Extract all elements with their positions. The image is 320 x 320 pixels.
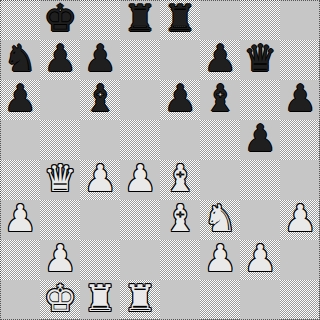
white-knight: ♞ [203,200,236,239]
black-pawn: ♟ [83,40,116,79]
square-a5[interactable] [0,120,40,160]
square-e1[interactable] [160,280,200,320]
square-g2[interactable]: ♟ [240,240,280,280]
black-pawn: ♟ [283,80,316,119]
white-rook: ♜ [83,280,116,319]
black-pawn: ♟ [203,40,236,79]
square-e6[interactable]: ♟ [160,80,200,120]
square-g1[interactable] [240,280,280,320]
black-rook: ♜ [163,0,196,39]
square-g6[interactable] [240,80,280,120]
square-h7[interactable] [280,40,320,80]
chess-board: ♚♜♜♞♟♟♟♛♟♝♟♝♟♟♛♟♟♝♟♝♞♟♟♟♟♚♜♜ [0,0,320,320]
square-g8[interactable] [240,0,280,40]
square-e7[interactable] [160,40,200,80]
square-d1[interactable]: ♜ [120,280,160,320]
square-b2[interactable]: ♟ [40,240,80,280]
white-pawn: ♟ [43,240,76,279]
square-a3[interactable]: ♟ [0,200,40,240]
square-h6[interactable]: ♟ [280,80,320,120]
square-e2[interactable] [160,240,200,280]
square-d7[interactable] [120,40,160,80]
square-a6[interactable]: ♟ [0,80,40,120]
white-queen: ♛ [43,160,76,199]
black-knight: ♞ [3,40,36,79]
square-g5[interactable]: ♟ [240,120,280,160]
square-d2[interactable] [120,240,160,280]
white-king: ♚ [43,280,76,319]
square-f4[interactable] [200,160,240,200]
black-pawn: ♟ [163,80,196,119]
square-f1[interactable] [200,280,240,320]
square-b4[interactable]: ♛ [40,160,80,200]
square-d5[interactable] [120,120,160,160]
square-d8[interactable]: ♜ [120,0,160,40]
square-f7[interactable]: ♟ [200,40,240,80]
white-pawn: ♟ [3,200,36,239]
square-a4[interactable] [0,160,40,200]
square-h1[interactable] [280,280,320,320]
square-h3[interactable]: ♟ [280,200,320,240]
square-f8[interactable] [200,0,240,40]
black-bishop: ♝ [83,80,116,119]
square-c5[interactable] [80,120,120,160]
square-b3[interactable] [40,200,80,240]
white-pawn: ♟ [123,160,156,199]
white-pawn: ♟ [83,160,116,199]
square-a7[interactable]: ♞ [0,40,40,80]
square-h4[interactable] [280,160,320,200]
square-f6[interactable]: ♝ [200,80,240,120]
square-f2[interactable]: ♟ [200,240,240,280]
white-pawn: ♟ [283,200,316,239]
black-queen: ♛ [243,40,276,79]
square-d3[interactable] [120,200,160,240]
black-bishop: ♝ [203,80,236,119]
square-g4[interactable] [240,160,280,200]
square-a8[interactable] [0,0,40,40]
black-pawn: ♟ [3,80,36,119]
square-f3[interactable]: ♞ [200,200,240,240]
square-g7[interactable]: ♛ [240,40,280,80]
square-c7[interactable]: ♟ [80,40,120,80]
square-e8[interactable]: ♜ [160,0,200,40]
square-g3[interactable] [240,200,280,240]
white-bishop: ♝ [163,160,196,199]
square-c6[interactable]: ♝ [80,80,120,120]
square-d6[interactable] [120,80,160,120]
square-b1[interactable]: ♚ [40,280,80,320]
black-pawn: ♟ [43,40,76,79]
square-d4[interactable]: ♟ [120,160,160,200]
black-king: ♚ [43,0,76,39]
square-e4[interactable]: ♝ [160,160,200,200]
square-c8[interactable] [80,0,120,40]
square-b7[interactable]: ♟ [40,40,80,80]
white-pawn: ♟ [203,240,236,279]
black-rook: ♜ [123,0,156,39]
chess-diagram: ♚♜♜♞♟♟♟♛♟♝♟♝♟♟♛♟♟♝♟♝♞♟♟♟♟♚♜♜ [0,0,320,320]
square-b6[interactable] [40,80,80,120]
square-a2[interactable] [0,240,40,280]
square-a1[interactable] [0,280,40,320]
square-c2[interactable] [80,240,120,280]
square-c1[interactable]: ♜ [80,280,120,320]
square-h2[interactable] [280,240,320,280]
white-pawn: ♟ [243,240,276,279]
square-b5[interactable] [40,120,80,160]
square-e5[interactable] [160,120,200,160]
white-rook: ♜ [123,280,156,319]
black-pawn: ♟ [243,120,276,159]
square-b8[interactable]: ♚ [40,0,80,40]
square-c3[interactable] [80,200,120,240]
white-bishop: ♝ [163,200,196,239]
square-h5[interactable] [280,120,320,160]
square-e3[interactable]: ♝ [160,200,200,240]
square-c4[interactable]: ♟ [80,160,120,200]
square-h8[interactable] [280,0,320,40]
square-f5[interactable] [200,120,240,160]
